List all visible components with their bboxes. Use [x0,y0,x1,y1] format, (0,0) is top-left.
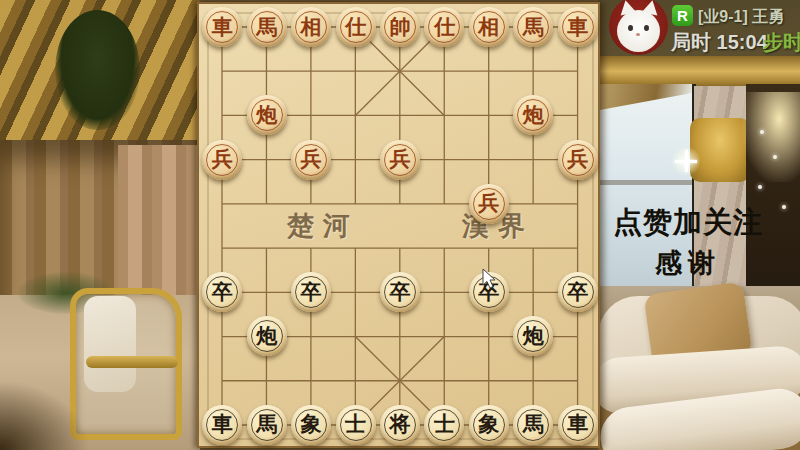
red-piece-車[interactable]: 車 [202,7,242,47]
red-piece-兵[interactable]: 兵 [202,140,242,180]
chandelier-sparkle [782,205,786,209]
black-piece-士[interactable]: 士 [336,405,376,445]
game-time: 局时 15:04 [671,29,768,56]
background-gold-capital [690,118,750,182]
red-piece-馬[interactable]: 馬 [247,7,287,47]
red-piece-仕[interactable]: 仕 [336,7,376,47]
black-piece-炮[interactable]: 炮 [513,316,553,356]
piece-grid: 車馬相仕帥仕相馬車炮炮兵兵兵兵兵卒卒卒卒卒炮炮車馬象士将士象馬車 [200,5,600,447]
xiangqi-board[interactable]: 楚河 漢界 車馬相仕帥仕相馬車炮炮兵兵兵兵兵卒卒卒卒卒炮炮車馬象士将士象馬車 [197,2,600,448]
black-piece-卒[interactable]: 卒 [291,272,331,312]
background-window-bar [600,180,692,185]
red-piece-相[interactable]: 相 [291,7,331,47]
background-lamp-glow [742,92,800,182]
player-name: [业9-1] 王勇 [698,7,784,28]
black-piece-馬[interactable]: 馬 [247,405,287,445]
red-piece-兵[interactable]: 兵 [469,184,509,224]
chandelier-sparkle [758,185,762,189]
background-chair-armrest [86,356,178,368]
red-piece-相[interactable]: 相 [469,7,509,47]
background-foliage-ornament [55,10,140,130]
black-piece-卒[interactable]: 卒 [558,272,598,312]
black-piece-車[interactable]: 車 [558,405,598,445]
red-piece-車[interactable]: 車 [558,7,598,47]
red-piece-仕[interactable]: 仕 [424,7,464,47]
black-piece-士[interactable]: 士 [424,405,464,445]
red-piece-炮[interactable]: 炮 [247,95,287,135]
red-piece-帥[interactable]: 帥 [380,7,420,47]
caption-line2: 感谢 [606,245,770,281]
red-piece-炮[interactable]: 炮 [513,95,553,135]
black-piece-馬[interactable]: 馬 [513,405,553,445]
last-move-crosshair-marker [675,150,697,172]
black-piece-卒[interactable]: 卒 [202,272,242,312]
red-piece-兵[interactable]: 兵 [291,140,331,180]
background-chair-cushion [84,296,136,392]
caption-line1: 点赞加关注 [606,203,770,243]
black-piece-象[interactable]: 象 [291,405,331,445]
red-piece-兵[interactable]: 兵 [380,140,420,180]
black-piece-車[interactable]: 車 [202,405,242,445]
black-piece-卒[interactable]: 卒 [380,272,420,312]
step-time-label: 步时 [763,29,800,56]
black-piece-炮[interactable]: 炮 [247,316,287,356]
red-piece-馬[interactable]: 馬 [513,7,553,47]
chandelier-sparkle [760,130,764,134]
rank-badge: R [672,5,693,26]
red-piece-兵[interactable]: 兵 [558,140,598,180]
chandelier-sparkle [773,155,777,159]
black-piece-将[interactable]: 将 [380,405,420,445]
caption-like-and-follow: 点赞加关注 感谢 [606,203,770,281]
background-floor-shadow [0,380,90,450]
mouse-cursor [482,268,498,290]
black-piece-象[interactable]: 象 [469,405,509,445]
